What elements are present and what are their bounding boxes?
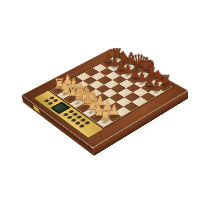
panel-button[interactable] xyxy=(84,121,90,125)
panel-button[interactable] xyxy=(72,113,78,117)
lcd-display xyxy=(51,102,70,114)
panel-button[interactable] xyxy=(70,119,76,123)
square-d5 xyxy=(104,80,119,89)
panel-button[interactable] xyxy=(52,99,58,102)
panel-button[interactable] xyxy=(80,118,86,122)
chess-computer-3d: ♜♟♟♜♞♟♟♞♝♟♟♝♛♟♟♛♚♟♟♚♝♟♟♝♞♟♟♞♜♟♟♜ xyxy=(23,55,188,156)
board-top: ♜♟♟♜♞♟♟♞♝♟♟♝♛♟♟♛♚♟♟♚♝♟♟♝♞♟♟♞♜♟♟♜ xyxy=(21,48,188,148)
panel-button[interactable] xyxy=(63,113,69,117)
panel-buttons-left xyxy=(44,96,58,105)
panel-button[interactable] xyxy=(49,96,55,99)
black-pawn[interactable]: ♟ xyxy=(150,79,161,91)
panel-button[interactable] xyxy=(78,124,84,128)
panel-button[interactable] xyxy=(76,116,82,120)
panel-button[interactable] xyxy=(68,110,74,114)
panel-button[interactable] xyxy=(47,102,53,105)
panel-button[interactable] xyxy=(74,121,80,125)
white-rook[interactable]: ♜ xyxy=(99,107,111,122)
lcd-screen xyxy=(53,103,67,112)
panel-button[interactable] xyxy=(44,99,50,102)
product-photo: ♜♟♟♜♞♟♟♞♝♟♟♝♛♟♟♛♚♟♟♚♝♟♟♝♞♟♟♞♜♟♟♜ xyxy=(0,0,200,200)
panel-button[interactable] xyxy=(66,116,72,120)
